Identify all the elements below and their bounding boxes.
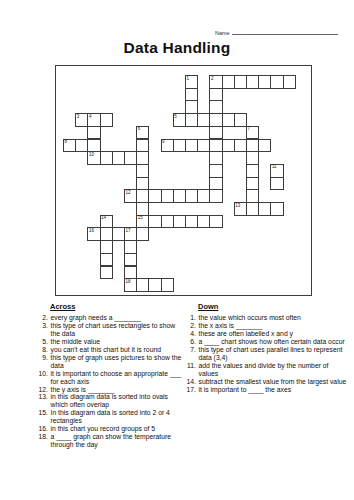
grid-cell[interactable]: [209, 139, 222, 153]
grid-cell[interactable]: [136, 227, 149, 241]
grid-cell[interactable]: [185, 88, 198, 102]
grid-cell[interactable]: [161, 215, 174, 229]
clue-item-number: 17.: [184, 386, 196, 394]
clue-item-text: this type of chart uses parallel lines t…: [199, 346, 348, 362]
clue-item: 18.a ____ graph can show the temperature…: [36, 433, 184, 449]
grid-cell[interactable]: 10: [87, 151, 100, 165]
grid-cell[interactable]: [258, 75, 271, 89]
grid-cell[interactable]: [234, 139, 247, 153]
grid-cell[interactable]: [222, 139, 235, 153]
grid-cell[interactable]: [136, 278, 149, 292]
grid-cell[interactable]: [209, 88, 222, 102]
grid-cell[interactable]: [161, 189, 174, 203]
down-clues: Down 1.the value which occurs most often…: [184, 303, 347, 393]
grid-cell[interactable]: [246, 164, 259, 178]
clue-number: 2: [211, 76, 214, 82]
clue-item-number: 15.: [36, 409, 48, 425]
grid-cell[interactable]: [136, 139, 149, 153]
grid-cell[interactable]: [270, 75, 283, 89]
clue-item-number: 11.: [184, 362, 196, 378]
grid-cell[interactable]: [258, 139, 271, 153]
clue-item-number: 12.: [36, 386, 48, 394]
clue-item-text: In this diagram data is sorted into 2 or…: [51, 409, 185, 425]
clue-number: 17: [126, 228, 131, 234]
clue-item-number: 4.: [184, 330, 196, 338]
clue-number: 10: [89, 152, 94, 158]
clue-item-text: the middle value: [51, 338, 185, 346]
grid-cell[interactable]: [100, 240, 113, 254]
grid-cell[interactable]: [136, 189, 149, 203]
clue-item-number: 8.: [36, 346, 48, 354]
grid-cell[interactable]: [197, 215, 210, 229]
clue-item-number: 16.: [36, 425, 48, 433]
grid-cell[interactable]: [209, 189, 222, 203]
clue-item: 6.a ____ chart shows how often certain d…: [184, 338, 347, 346]
grid-cell[interactable]: 16: [87, 227, 100, 241]
grid-cell[interactable]: [173, 189, 186, 203]
grid-cell[interactable]: 3: [75, 113, 88, 127]
grid-cell[interactable]: [112, 227, 125, 241]
grid-cell[interactable]: [75, 139, 88, 153]
clue-item: 2.the x axis is _______: [184, 322, 347, 330]
clue-item-text: the x axis is _______: [199, 322, 348, 330]
clue-item-text: in this chart you record groups of 5: [51, 425, 185, 433]
clue-item-text: these are often labelled x and y: [199, 330, 348, 338]
clue-item: 3.this type of chart uses rectangles to …: [36, 322, 184, 338]
name-blank-line: [232, 29, 338, 35]
clue-number: 13: [235, 203, 240, 209]
clue-item-number: 1.: [184, 314, 196, 322]
grid-cell[interactable]: [246, 189, 259, 203]
clue-item-text: this type of graph uses pictures to show…: [51, 354, 185, 370]
grid-cell[interactable]: [112, 151, 125, 165]
clue-number: 18: [126, 279, 131, 285]
grid-cell[interactable]: [173, 139, 186, 153]
clue-number: 8: [65, 139, 68, 145]
clue-item-number: 5.: [36, 338, 48, 346]
grid-cell[interactable]: [246, 151, 259, 165]
clue-number: 16: [89, 228, 94, 234]
clue-item: 13.in this diagram data is sorted into o…: [36, 393, 184, 409]
grid-cell[interactable]: [161, 278, 174, 292]
grid-cell[interactable]: 14: [100, 215, 113, 229]
clue-item: 16.in this chart you record groups of 5: [36, 425, 184, 433]
clue-item-number: 7.: [184, 346, 196, 362]
clue-item-text: the y axis is _______: [51, 386, 185, 394]
clue-item-text: this type of chart uses rectangles to sh…: [51, 322, 185, 338]
clue-item-number: 2.: [184, 322, 196, 330]
clue-item: 7.this type of chart uses parallel lines…: [184, 346, 347, 362]
name-label: Name: [215, 30, 230, 36]
clue-number: 3: [77, 114, 80, 120]
grid-cell[interactable]: [209, 215, 222, 229]
grid-cell[interactable]: [148, 278, 161, 292]
down-list: 1.the value which occurs most often2.the…: [184, 314, 347, 393]
clue-number: 9: [162, 139, 165, 145]
clue-item-number: 10.: [36, 370, 48, 386]
grid-cell[interactable]: [100, 266, 113, 280]
clue-item: 8.you can't eat this chart but it is rou…: [36, 346, 184, 354]
grid-cell[interactable]: [136, 177, 149, 191]
clue-number: 14: [101, 215, 106, 221]
grid-cell[interactable]: [100, 113, 113, 127]
grid-cell[interactable]: [87, 139, 100, 153]
across-list: 2.every graph needs a _______3.this type…: [36, 314, 184, 448]
grid-cell[interactable]: [173, 215, 186, 229]
clue-number: 5: [174, 114, 177, 120]
clue-item: 2.every graph needs a _______: [36, 314, 184, 322]
grid-cell[interactable]: [246, 177, 259, 191]
clue-number: 1: [187, 76, 190, 82]
name-field: Name: [215, 29, 338, 36]
grid-cell[interactable]: 4: [87, 113, 100, 127]
grid-cell[interactable]: [197, 189, 210, 203]
grid-cell[interactable]: [222, 75, 235, 89]
grid-cell[interactable]: [234, 113, 247, 127]
clue-item: 5.the middle value: [36, 338, 184, 346]
clue-item: 15.In this diagram data is sorted into 2…: [36, 409, 184, 425]
grid-cell[interactable]: 11: [270, 164, 283, 178]
grid-cell[interactable]: [209, 113, 222, 127]
clue-item-text: it is important to ____ the axes: [199, 386, 348, 394]
grid-cell[interactable]: [87, 126, 100, 140]
clue-item-number: 18.: [36, 433, 48, 449]
worksheet-page: Name Data Handling 123456789101112131415…: [0, 0, 354, 500]
clue-number: 6: [138, 126, 141, 132]
clue-item: 1.the value which occurs most often: [184, 314, 347, 322]
grid-cell[interactable]: 9: [161, 139, 174, 153]
clue-item-number: 3.: [36, 322, 48, 338]
grid-cell[interactable]: 13: [234, 202, 247, 216]
clue-number: 15: [138, 215, 143, 221]
grid-cell[interactable]: [209, 126, 222, 140]
clue-item: 17.it is important to ____ the axes: [184, 386, 347, 394]
grid-cell[interactable]: [209, 100, 222, 114]
down-header: Down: [198, 303, 347, 311]
grid-cell[interactable]: [270, 177, 283, 191]
grid-cell[interactable]: [209, 151, 222, 165]
grid-cell[interactable]: [185, 100, 198, 114]
clue-item-text: in this diagram data is sorted into oval…: [51, 393, 185, 409]
clue-item-number: 14.: [184, 378, 196, 386]
clue-item: 11.add the values and divide by the numb…: [184, 362, 347, 378]
clue-number: 11: [272, 164, 277, 170]
grid-cell[interactable]: [100, 151, 113, 165]
grid-cell[interactable]: 6: [136, 126, 149, 140]
clue-item: 4.these are often labelled x and y: [184, 330, 347, 338]
grid-cell[interactable]: [234, 75, 247, 89]
clue-item-text: you can't eat this chart but it is round: [51, 346, 185, 354]
clue-item: 14.subtract the smallest value from the …: [184, 378, 347, 386]
grid-cell[interactable]: [136, 164, 149, 178]
grid-cell[interactable]: [197, 139, 210, 153]
clue-item-text: add the values and divide by the number …: [199, 362, 348, 378]
grid-cell[interactable]: [124, 266, 137, 280]
clue-item-number: 13.: [36, 393, 48, 409]
crossword-grid: 123456789101112131415161718: [55, 65, 312, 296]
grid-cell[interactable]: [283, 75, 296, 89]
grid-cell[interactable]: [136, 151, 149, 165]
grid-cell[interactable]: [209, 164, 222, 178]
clue-number: 4: [89, 114, 92, 120]
grid-cell[interactable]: [222, 113, 235, 127]
clue-item-number: 6.: [184, 338, 196, 346]
clue-number: 12: [126, 190, 131, 196]
grid-cell[interactable]: [148, 189, 161, 203]
grid-cell[interactable]: [136, 202, 149, 216]
grid-cell[interactable]: [258, 202, 271, 216]
grid-cell[interactable]: [148, 215, 161, 229]
grid-cell[interactable]: [100, 227, 113, 241]
across-header: Across: [50, 303, 184, 311]
grid-cell[interactable]: 15: [136, 215, 149, 229]
clue-item-text: subtract the smallest value from the lar…: [199, 378, 348, 386]
grid-cell[interactable]: [197, 113, 210, 127]
clue-item: 9.this type of graph uses pictures to sh…: [36, 354, 184, 370]
grid-cell[interactable]: [100, 253, 113, 267]
clue-item-text: it is important to choose an appropriate…: [51, 370, 185, 386]
clue-item-text: the value which occurs most often: [199, 314, 348, 322]
grid-cell[interactable]: [124, 240, 137, 254]
grid-cell[interactable]: [270, 202, 283, 216]
clue-item-number: 9.: [36, 354, 48, 370]
clue-number: 7: [248, 126, 251, 132]
grid-cell[interactable]: 7: [246, 126, 259, 140]
grid-cell[interactable]: 5: [173, 113, 186, 127]
clue-item: 12.the y axis is _______: [36, 386, 184, 394]
grid-cell[interactable]: 2: [209, 75, 222, 89]
grid-cell[interactable]: 1: [185, 75, 198, 89]
clue-item-text: a ____ chart shows how often certain dat…: [199, 338, 348, 346]
grid-cell[interactable]: [209, 177, 222, 191]
page-title: Data Handling: [0, 39, 354, 57]
clue-item: 10.it is important to choose an appropri…: [36, 370, 184, 386]
clue-item-text: every graph needs a _______: [51, 314, 185, 322]
grid-cell[interactable]: [124, 253, 137, 267]
clue-item-text: a ____ graph can show the temperature th…: [51, 433, 185, 449]
across-clues: Across 2.every graph needs a _______3.th…: [36, 303, 184, 449]
clue-item-number: 2.: [36, 314, 48, 322]
